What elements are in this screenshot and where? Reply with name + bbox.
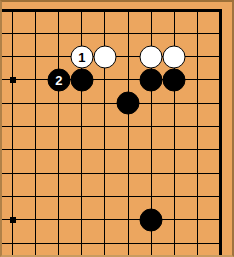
intersection (70, 208, 93, 231)
intersection (93, 161, 116, 184)
intersection (70, 92, 93, 115)
intersection (186, 138, 209, 161)
intersection (93, 68, 116, 91)
intersection (24, 231, 47, 254)
intersection (140, 138, 163, 161)
go-diagram: 12 (0, 0, 234, 257)
intersection (47, 0, 70, 22)
intersection (70, 231, 93, 254)
intersection (47, 45, 70, 68)
intersection (93, 138, 116, 161)
intersection (70, 185, 93, 208)
intersection (209, 22, 232, 45)
intersection (186, 161, 209, 184)
intersection (209, 185, 232, 208)
intersection (70, 22, 93, 45)
intersection (186, 231, 209, 254)
intersection (24, 138, 47, 161)
white-stone: 1 (70, 45, 93, 68)
intersection (116, 68, 139, 91)
intersection (24, 45, 47, 68)
intersection (116, 161, 139, 184)
intersection (209, 231, 232, 254)
intersection (70, 161, 93, 184)
intersection (140, 92, 163, 115)
intersection (186, 45, 209, 68)
black-stone (117, 92, 140, 115)
intersection (163, 138, 186, 161)
intersection (70, 115, 93, 138)
intersection (93, 231, 116, 254)
intersection (116, 138, 139, 161)
intersection (209, 138, 232, 161)
intersection (1, 92, 24, 115)
intersection (24, 208, 47, 231)
intersection (116, 45, 139, 68)
intersection (93, 115, 116, 138)
intersection (116, 185, 139, 208)
move-number: 1 (78, 50, 85, 63)
intersection (163, 231, 186, 254)
white-stone (93, 45, 116, 68)
intersection (24, 0, 47, 22)
intersection (140, 22, 163, 45)
intersection (1, 115, 24, 138)
intersection (116, 0, 139, 22)
intersection (47, 92, 70, 115)
white-stone (163, 45, 186, 68)
intersection (93, 92, 116, 115)
intersection (24, 185, 47, 208)
hoshi-star-point (10, 217, 16, 223)
intersection (140, 0, 163, 22)
intersection (116, 208, 139, 231)
intersection (47, 231, 70, 254)
board-grid (1, 0, 232, 255)
intersection (209, 208, 232, 231)
intersection (24, 22, 47, 45)
intersection (186, 185, 209, 208)
intersection (116, 22, 139, 45)
intersection (93, 185, 116, 208)
intersection (93, 22, 116, 45)
intersection (186, 208, 209, 231)
intersection (163, 0, 186, 22)
intersection (47, 138, 70, 161)
intersection (186, 115, 209, 138)
black-stone: 2 (47, 68, 70, 91)
intersection (209, 115, 232, 138)
intersection (209, 68, 232, 91)
intersection (163, 92, 186, 115)
intersection (70, 0, 93, 22)
intersection (163, 115, 186, 138)
intersection (186, 68, 209, 91)
intersection (47, 22, 70, 45)
intersection (116, 231, 139, 254)
intersection (47, 161, 70, 184)
intersection (24, 161, 47, 184)
go-board: 12 (2, 2, 232, 255)
black-stone (70, 68, 93, 91)
intersection (140, 161, 163, 184)
intersection (209, 45, 232, 68)
white-stone (140, 45, 163, 68)
intersection (24, 92, 47, 115)
black-stone (140, 68, 163, 91)
intersection (1, 22, 24, 45)
intersection (186, 92, 209, 115)
intersection (186, 22, 209, 45)
black-stone (163, 68, 186, 91)
intersection (116, 115, 139, 138)
move-number: 2 (55, 73, 62, 86)
intersection (140, 115, 163, 138)
intersection (47, 208, 70, 231)
black-stone (140, 208, 163, 231)
intersection (1, 138, 24, 161)
intersection (209, 0, 232, 22)
intersection (163, 22, 186, 45)
intersection (93, 208, 116, 231)
intersection (1, 45, 24, 68)
intersection (209, 92, 232, 115)
intersection (1, 0, 24, 22)
intersection (1, 161, 24, 184)
intersection (186, 0, 209, 22)
intersection (93, 0, 116, 22)
intersection (1, 231, 24, 254)
intersection (163, 185, 186, 208)
intersection (24, 68, 47, 91)
intersection (47, 185, 70, 208)
intersection (209, 161, 232, 184)
intersection (70, 138, 93, 161)
intersection (140, 185, 163, 208)
intersection (140, 231, 163, 254)
intersection (1, 185, 24, 208)
intersection (24, 115, 47, 138)
intersection (163, 208, 186, 231)
intersection (163, 161, 186, 184)
intersection (47, 115, 70, 138)
hoshi-star-point (10, 77, 16, 83)
